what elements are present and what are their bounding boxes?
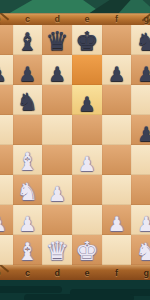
file-label-b: b	[0, 265, 13, 280]
square-d7[interactable]: ♟	[42, 55, 72, 85]
square-f3[interactable]	[102, 175, 132, 205]
white-pawn-b2[interactable]: ♟	[0, 214, 7, 235]
square-c5[interactable]	[13, 115, 43, 145]
square-g4[interactable]	[131, 145, 150, 175]
square-e4[interactable]: ♟	[72, 145, 102, 175]
square-b6[interactable]	[0, 85, 13, 115]
square-e6[interactable]: ♟	[72, 85, 102, 115]
square-e1[interactable]: ♚	[72, 235, 102, 265]
square-e2[interactable]	[72, 205, 102, 235]
square-g1[interactable]: ♞	[131, 235, 150, 265]
square-e8[interactable]: ♚	[72, 25, 102, 55]
square-b7[interactable]: ♟	[0, 55, 13, 85]
file-label-e: e	[72, 13, 102, 25]
white-knight-c3[interactable]: ♞	[17, 180, 39, 205]
square-f6[interactable]	[102, 85, 132, 115]
square-c2[interactable]: ♟	[13, 205, 43, 235]
black-pawn-c7[interactable]: ♟	[19, 64, 37, 85]
file-labels-bottom: bcdefg	[0, 265, 150, 280]
file-label-b: b	[0, 13, 13, 25]
file-label-c: c	[13, 13, 43, 25]
black-bishop-c8[interactable]: ♝	[17, 30, 39, 55]
black-pawn-b7[interactable]: ♟	[0, 64, 7, 85]
file-label-g: g	[131, 13, 150, 25]
square-c6[interactable]: ♞	[13, 85, 43, 115]
chess-board[interactable]: ♝♛♚♞♟♟♟♟♟♞♟♟♝♟♞♟♟♟♟♟♝♛♚♞	[0, 25, 150, 265]
wave-shape	[0, 286, 62, 293]
white-pawn-f2[interactable]: ♟	[108, 214, 126, 235]
square-d3[interactable]: ♟	[42, 175, 72, 205]
square-c3[interactable]: ♞	[13, 175, 43, 205]
square-g8[interactable]: ♞	[131, 25, 150, 55]
white-king-e1[interactable]: ♚	[75, 238, 98, 265]
file-label-d: d	[42, 265, 72, 280]
file-label-f: f	[102, 265, 132, 280]
square-f7[interactable]: ♟	[102, 55, 132, 85]
square-d1[interactable]: ♛	[42, 235, 72, 265]
square-e3[interactable]	[72, 175, 102, 205]
white-pawn-g2[interactable]: ♟	[137, 214, 150, 235]
black-pawn-d7[interactable]: ♟	[48, 64, 66, 85]
black-knight-c6[interactable]: ♞	[17, 90, 39, 115]
square-f2[interactable]: ♟	[102, 205, 132, 235]
file-label-g: g	[131, 265, 150, 280]
square-b2[interactable]: ♟	[0, 205, 13, 235]
square-g6[interactable]	[131, 85, 150, 115]
white-queen-d1[interactable]: ♛	[46, 238, 69, 265]
square-g7[interactable]: ♟	[131, 55, 150, 85]
square-b5[interactable]	[0, 115, 13, 145]
mountain-shape	[8, 0, 103, 13]
black-pawn-g5[interactable]: ♟	[137, 124, 150, 145]
square-c8[interactable]: ♝	[13, 25, 43, 55]
square-d4[interactable]	[42, 145, 72, 175]
board-frame-top: bcdefg	[0, 13, 150, 25]
file-label-c: c	[13, 265, 43, 280]
square-d2[interactable]	[42, 205, 72, 235]
white-bishop-c1[interactable]: ♝	[17, 240, 39, 265]
file-label-f: f	[102, 13, 132, 25]
square-f8[interactable]	[102, 25, 132, 55]
square-b3[interactable]	[0, 175, 13, 205]
square-b1[interactable]	[0, 235, 13, 265]
square-c1[interactable]: ♝	[13, 235, 43, 265]
file-label-e: e	[72, 265, 102, 280]
square-d6[interactable]	[42, 85, 72, 115]
board-frame-bottom: bcdefg	[0, 265, 150, 280]
file-label-d: d	[42, 13, 72, 25]
square-g5[interactable]: ♟	[131, 115, 150, 145]
square-g3[interactable]	[131, 175, 150, 205]
white-knight-g1[interactable]: ♞	[136, 240, 150, 265]
background-water	[0, 280, 150, 300]
square-f1[interactable]	[102, 235, 132, 265]
white-pawn-e4[interactable]: ♟	[78, 154, 96, 175]
square-e7[interactable]	[72, 55, 102, 85]
black-queen-d8[interactable]: ♛	[46, 28, 69, 55]
white-pawn-d3[interactable]: ♟	[48, 184, 66, 205]
square-g2[interactable]: ♟	[131, 205, 150, 235]
black-king-e8[interactable]: ♚	[75, 28, 98, 55]
black-pawn-f7[interactable]: ♟	[108, 64, 126, 85]
square-d5[interactable]	[42, 115, 72, 145]
wave-shape	[24, 294, 134, 300]
square-f5[interactable]	[102, 115, 132, 145]
black-pawn-g7[interactable]: ♟	[137, 64, 150, 85]
file-labels-top: bcdefg	[0, 13, 150, 25]
square-c7[interactable]: ♟	[13, 55, 43, 85]
background-mountains	[0, 0, 150, 13]
chess-app-screen: bcdefg ♝♛♚♞♟♟♟♟♟♞♟♟♝♟♞♟♟♟♟♟♝♛♚♞ bcdefg	[0, 0, 150, 300]
square-c4[interactable]: ♝	[13, 145, 43, 175]
black-knight-g8[interactable]: ♞	[136, 30, 150, 55]
square-f4[interactable]	[102, 145, 132, 175]
black-pawn-e6[interactable]: ♟	[78, 94, 96, 115]
square-d8[interactable]: ♛	[42, 25, 72, 55]
square-b4[interactable]	[0, 145, 13, 175]
white-bishop-c4[interactable]: ♝	[17, 150, 39, 175]
square-b8[interactable]	[0, 25, 13, 55]
square-e5[interactable]	[72, 115, 102, 145]
white-pawn-c2[interactable]: ♟	[19, 214, 37, 235]
